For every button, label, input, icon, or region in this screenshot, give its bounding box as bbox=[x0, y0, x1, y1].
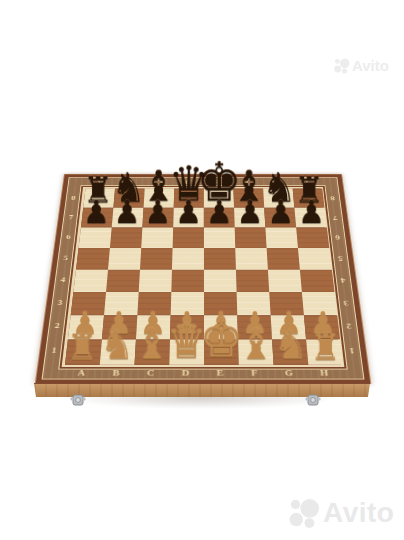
square-h4 bbox=[300, 270, 335, 292]
square-h2: ♟ bbox=[304, 315, 340, 339]
square-d7: ♟ bbox=[173, 208, 204, 228]
coordinate-border: ABCDEFGH ABCDEFGH 87654321 87654321 ♜♞♝♛… bbox=[42, 177, 365, 379]
file-label: D bbox=[185, 179, 191, 184]
square-e4 bbox=[204, 270, 237, 292]
square-h6 bbox=[296, 228, 329, 249]
square-e8: ♚ bbox=[204, 189, 234, 208]
square-h8: ♜ bbox=[293, 189, 325, 208]
square-e6 bbox=[204, 228, 235, 249]
square-g4 bbox=[268, 270, 302, 292]
square-f6 bbox=[235, 228, 267, 249]
file-label: H bbox=[320, 369, 329, 377]
square-b2: ♟ bbox=[102, 315, 137, 339]
piece-black-bishop: ♝ bbox=[141, 167, 177, 207]
square-d2: ♟ bbox=[170, 315, 204, 339]
square-b7: ♟ bbox=[112, 208, 144, 228]
avito-logo-icon bbox=[334, 58, 350, 74]
file-label: B bbox=[127, 179, 133, 184]
file-label: B bbox=[112, 369, 119, 377]
file-label: E bbox=[217, 369, 224, 377]
file-label: A bbox=[77, 369, 85, 377]
square-f5 bbox=[235, 248, 268, 269]
clasp-left-icon bbox=[70, 393, 86, 408]
chess-board-squares: ♜♞♝♛♚♝♞♜♟♟♟♟♟♟♟♟♟♟♟♟♟♟♟♟♜♞♝♛♚♝♞♜ bbox=[65, 189, 343, 365]
square-e2: ♟ bbox=[204, 315, 238, 339]
square-a6 bbox=[79, 228, 112, 249]
square-b1: ♞ bbox=[100, 339, 136, 364]
chess-board-scene: ABCDEFGH ABCDEFGH 87654321 87654321 ♜♞♝♛… bbox=[35, 174, 372, 384]
square-a8: ♜ bbox=[83, 189, 115, 208]
square-c7: ♟ bbox=[142, 208, 173, 228]
rank-label: 4 bbox=[340, 277, 346, 284]
rank-label: 5 bbox=[338, 255, 343, 261]
chess-board: ABCDEFGH ABCDEFGH 87654321 87654321 ♜♞♝♛… bbox=[35, 174, 372, 384]
square-d1: ♛ bbox=[169, 339, 204, 364]
inner-frame: ♜♞♝♛♚♝♞♜♟♟♟♟♟♟♟♟♟♟♟♟♟♟♟♟♜♞♝♛♚♝♞♜ bbox=[58, 185, 347, 369]
square-b8: ♞ bbox=[113, 189, 144, 208]
file-label: F bbox=[251, 369, 258, 377]
avito-watermark-bottom: Avito bbox=[289, 497, 394, 529]
square-b3 bbox=[104, 292, 139, 315]
square-h1: ♜ bbox=[306, 339, 343, 364]
file-label: E bbox=[214, 179, 220, 184]
square-e3 bbox=[204, 292, 237, 315]
square-f8: ♝ bbox=[233, 189, 264, 208]
rank-label: 6 bbox=[335, 234, 340, 240]
avito-watermark-text: Avito bbox=[352, 57, 389, 74]
square-c6 bbox=[141, 228, 173, 249]
square-b4 bbox=[106, 270, 140, 292]
square-d3 bbox=[171, 292, 204, 315]
square-e5 bbox=[204, 248, 236, 269]
square-g2: ♟ bbox=[271, 315, 306, 339]
square-f7: ♟ bbox=[234, 208, 265, 228]
square-a1: ♜ bbox=[65, 339, 102, 364]
square-c2: ♟ bbox=[136, 315, 171, 339]
piece-black-knight: ♞ bbox=[111, 169, 145, 208]
square-e7: ♟ bbox=[204, 208, 235, 228]
square-f2: ♟ bbox=[237, 315, 272, 339]
file-label: C bbox=[147, 369, 155, 377]
square-h7: ♟ bbox=[294, 208, 327, 228]
piece-black-bishop: ♝ bbox=[231, 167, 267, 207]
square-c8: ♝ bbox=[144, 189, 175, 208]
file-label: F bbox=[243, 179, 249, 184]
file-label: G bbox=[285, 369, 294, 377]
rank-label: 3 bbox=[343, 299, 349, 306]
square-a2: ♟ bbox=[68, 315, 104, 339]
rank-label: 5 bbox=[63, 255, 68, 261]
file-label: G bbox=[272, 179, 279, 184]
square-e1: ♚ bbox=[204, 339, 239, 364]
rank-label: 1 bbox=[349, 347, 355, 354]
clasp-right-icon bbox=[305, 393, 321, 408]
product-photo: Avito ABCDEFGH ABCDEFGH 87654321 8765432… bbox=[0, 0, 404, 540]
square-a4 bbox=[73, 270, 108, 292]
rank-label: 2 bbox=[346, 323, 352, 330]
rank-label: 8 bbox=[71, 195, 76, 201]
file-label: C bbox=[156, 179, 162, 184]
square-c3 bbox=[137, 292, 171, 315]
square-b5 bbox=[108, 248, 141, 269]
rank-label: 3 bbox=[57, 299, 63, 306]
avito-watermark-top: Avito bbox=[334, 57, 389, 74]
square-g5 bbox=[267, 248, 300, 269]
square-g6 bbox=[265, 228, 298, 249]
square-g8: ♞ bbox=[263, 189, 294, 208]
square-c5 bbox=[140, 248, 173, 269]
rank-label: 7 bbox=[332, 214, 337, 220]
square-f4 bbox=[236, 270, 269, 292]
square-c4 bbox=[139, 270, 172, 292]
square-g3 bbox=[269, 292, 304, 315]
square-d6 bbox=[173, 228, 204, 249]
square-a3 bbox=[71, 292, 106, 315]
square-b6 bbox=[110, 228, 143, 249]
square-f1: ♝ bbox=[238, 339, 274, 364]
avito-watermark-text: Avito bbox=[323, 497, 394, 529]
piece-white-bishop: ♝ bbox=[134, 324, 170, 364]
square-a5 bbox=[76, 248, 110, 269]
file-labels-top: ABCDEFGH bbox=[86, 178, 320, 185]
square-d4 bbox=[171, 270, 204, 292]
piece-black-knight: ♞ bbox=[262, 169, 296, 208]
square-d8: ♛ bbox=[174, 189, 204, 208]
rank-label: 4 bbox=[60, 277, 66, 284]
playing-field-frame: ♜♞♝♛♚♝♞♜♟♟♟♟♟♟♟♟♟♟♟♟♟♟♟♟♜♞♝♛♚♝♞♜ bbox=[62, 187, 345, 367]
rank-label: 2 bbox=[54, 323, 60, 330]
square-c1: ♝ bbox=[134, 339, 169, 364]
file-label: D bbox=[182, 369, 190, 377]
square-a7: ♟ bbox=[81, 208, 113, 228]
rank-label: 7 bbox=[68, 214, 73, 220]
square-h3 bbox=[302, 292, 337, 315]
square-g1: ♞ bbox=[272, 339, 308, 364]
square-f3 bbox=[237, 292, 271, 315]
rank-label: 6 bbox=[66, 234, 71, 240]
file-label: H bbox=[301, 179, 308, 184]
avito-logo-icon bbox=[289, 498, 320, 529]
rank-label: 1 bbox=[51, 347, 57, 354]
square-d5 bbox=[172, 248, 204, 269]
square-g7: ♟ bbox=[264, 208, 296, 228]
square-h5 bbox=[298, 248, 332, 269]
rank-label: 8 bbox=[330, 195, 335, 201]
file-label: A bbox=[97, 179, 104, 184]
piece-white-bishop: ♝ bbox=[238, 324, 274, 364]
